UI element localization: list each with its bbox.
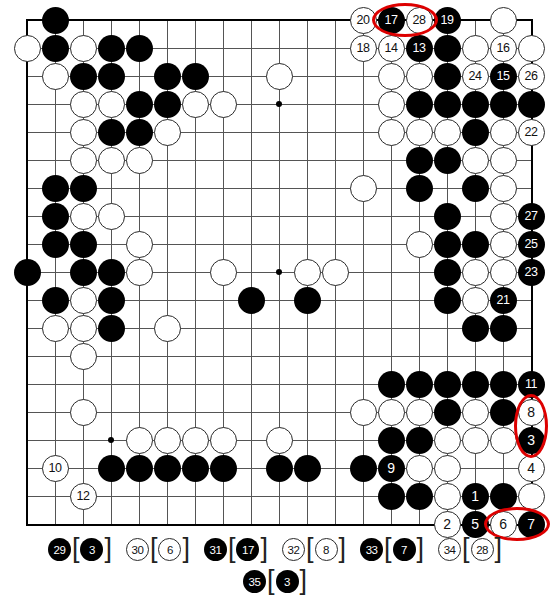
black-stone-move-9: 9 xyxy=(378,455,405,482)
black-stone xyxy=(462,231,489,258)
black-stone xyxy=(490,483,517,510)
white-stone xyxy=(490,119,517,146)
white-stone xyxy=(70,287,97,314)
black-stone xyxy=(434,147,461,174)
at-stone-3: 3 xyxy=(80,538,103,561)
black-stone xyxy=(490,315,517,342)
black-stone xyxy=(42,231,69,258)
move-pair-33: 33[7] xyxy=(360,538,424,561)
white-stone xyxy=(462,287,489,314)
white-stone xyxy=(266,427,293,454)
black-stone xyxy=(98,63,125,90)
white-stone xyxy=(14,35,41,62)
black-stone xyxy=(294,287,321,314)
move-pair-32: 32[8] xyxy=(282,538,346,561)
black-stone xyxy=(490,399,517,426)
at-stone-8: 8 xyxy=(315,538,338,561)
black-stone-move-1: 1 xyxy=(462,483,489,510)
go-board: 2017281918141316241526222725232111831094… xyxy=(0,0,550,536)
white-stone xyxy=(490,147,517,174)
black-stone xyxy=(490,91,517,118)
move-pair-35: 35[3] xyxy=(243,570,307,593)
black-stone xyxy=(434,287,461,314)
at-stone-7: 7 xyxy=(393,538,416,561)
white-stone xyxy=(434,119,461,146)
white-stone xyxy=(434,483,461,510)
white-stone xyxy=(322,259,349,286)
bracket: [ xyxy=(267,569,275,592)
white-stone-move-22: 22 xyxy=(518,119,545,146)
black-stone xyxy=(154,63,181,90)
move-pair-29: 29[3] xyxy=(48,538,112,561)
black-stone xyxy=(154,455,181,482)
at-stone-6: 6 xyxy=(158,538,181,561)
white-stone-move-10: 10 xyxy=(42,455,69,482)
bracket: ] xyxy=(300,569,308,592)
white-stone xyxy=(182,427,209,454)
white-stone xyxy=(126,427,153,454)
black-stone xyxy=(98,315,125,342)
move-stone-34: 34 xyxy=(438,538,461,561)
white-stone xyxy=(462,399,489,426)
white-stone xyxy=(378,399,405,426)
white-stone xyxy=(462,147,489,174)
black-stone xyxy=(434,203,461,230)
white-stone xyxy=(490,7,517,34)
black-stone xyxy=(406,483,433,510)
white-stone xyxy=(70,147,97,174)
black-stone xyxy=(14,259,41,286)
white-stone xyxy=(98,147,125,174)
black-stone xyxy=(406,147,433,174)
black-stone xyxy=(378,371,405,398)
black-stone xyxy=(42,203,69,230)
black-stone xyxy=(182,455,209,482)
at-stone-28: 28 xyxy=(471,538,494,561)
at-stone-17: 17 xyxy=(236,538,259,561)
black-stone xyxy=(70,231,97,258)
move-stone-32: 32 xyxy=(282,538,305,561)
black-stone xyxy=(98,259,125,286)
black-stone xyxy=(434,371,461,398)
white-stone xyxy=(378,91,405,118)
white-stone xyxy=(182,91,209,118)
move-stone-33: 33 xyxy=(360,538,383,561)
ellipse-moves-17-28 xyxy=(372,3,438,37)
white-stone xyxy=(350,399,377,426)
black-stone xyxy=(154,91,181,118)
white-stone xyxy=(350,175,377,202)
white-stone-move-4: 4 xyxy=(518,455,545,482)
white-stone xyxy=(406,119,433,146)
black-stone-move-15: 15 xyxy=(490,63,517,90)
bracket: [ xyxy=(306,537,314,560)
black-stone xyxy=(434,399,461,426)
white-stone xyxy=(490,427,517,454)
black-stone xyxy=(434,63,461,90)
white-stone xyxy=(406,455,433,482)
bracket: [ xyxy=(228,537,236,560)
move-pair-31: 31[17] xyxy=(204,538,268,561)
white-stone xyxy=(266,63,293,90)
black-stone xyxy=(294,455,321,482)
white-stone xyxy=(210,259,237,286)
white-stone xyxy=(462,35,489,62)
white-stone-move-12: 12 xyxy=(70,483,97,510)
at-stone-3: 3 xyxy=(276,570,299,593)
white-stone xyxy=(434,427,461,454)
black-stone xyxy=(126,91,153,118)
black-stone xyxy=(98,35,125,62)
white-stone xyxy=(518,35,545,62)
white-stone xyxy=(98,91,125,118)
black-stone xyxy=(42,35,69,62)
black-stone xyxy=(70,259,97,286)
white-stone xyxy=(406,399,433,426)
black-stone-move-13: 13 xyxy=(406,35,433,62)
white-stone xyxy=(126,231,153,258)
white-stone xyxy=(490,259,517,286)
black-stone xyxy=(350,455,377,482)
black-stone xyxy=(490,371,517,398)
white-stone xyxy=(490,175,517,202)
black-stone-move-27: 27 xyxy=(518,203,545,230)
white-stone xyxy=(70,203,97,230)
black-stone xyxy=(42,7,69,34)
move-annotation-line-2: 35[3] xyxy=(0,570,550,593)
black-stone xyxy=(126,35,153,62)
white-stone xyxy=(70,343,97,370)
black-stone xyxy=(434,91,461,118)
white-stone xyxy=(434,455,461,482)
white-stone-move-26: 26 xyxy=(518,63,545,90)
white-stone-move-16: 16 xyxy=(490,35,517,62)
white-stone xyxy=(42,63,69,90)
black-stone xyxy=(42,175,69,202)
white-stone xyxy=(490,203,517,230)
white-stone xyxy=(154,427,181,454)
white-stone-move-14: 14 xyxy=(378,35,405,62)
black-stone xyxy=(126,119,153,146)
black-stone xyxy=(406,91,433,118)
white-stone xyxy=(518,483,545,510)
black-stone xyxy=(126,455,153,482)
black-stone xyxy=(406,427,433,454)
white-stone xyxy=(70,119,97,146)
white-stone xyxy=(70,91,97,118)
black-stone xyxy=(98,455,125,482)
black-stone-move-21: 21 xyxy=(490,287,517,314)
black-stone xyxy=(434,259,461,286)
white-stone xyxy=(70,315,97,342)
white-stone xyxy=(462,427,489,454)
black-stone xyxy=(210,455,237,482)
black-stone xyxy=(238,287,265,314)
black-stone xyxy=(42,287,69,314)
black-stone xyxy=(462,119,489,146)
black-stone xyxy=(98,287,125,314)
star-point xyxy=(276,269,282,275)
black-stone-move-25: 25 xyxy=(518,231,545,258)
bracket: ] xyxy=(339,537,347,560)
move-pair-34: 34[28] xyxy=(438,538,502,561)
star-point xyxy=(276,101,282,107)
move-stone-29: 29 xyxy=(48,538,71,561)
white-stone xyxy=(490,231,517,258)
white-stone xyxy=(210,91,237,118)
black-stone-move-23: 23 xyxy=(518,259,545,286)
white-stone xyxy=(70,399,97,426)
move-annotation-line-1: 29[3]30[6]31[17]32[8]33[7]34[28] xyxy=(0,538,550,561)
black-stone xyxy=(378,483,405,510)
ellipse-moves-8-3 xyxy=(514,394,548,458)
bracket: [ xyxy=(150,537,158,560)
white-stone xyxy=(378,119,405,146)
bracket: ] xyxy=(182,537,190,560)
black-stone xyxy=(406,371,433,398)
black-stone xyxy=(518,91,545,118)
black-stone xyxy=(70,175,97,202)
bracket: ] xyxy=(417,537,425,560)
white-stone xyxy=(154,315,181,342)
black-stone xyxy=(266,455,293,482)
white-stone xyxy=(406,63,433,90)
white-stone xyxy=(126,259,153,286)
white-stone xyxy=(126,147,153,174)
white-stone xyxy=(98,203,125,230)
black-stone xyxy=(378,427,405,454)
bracket: [ xyxy=(72,537,80,560)
move-stone-35: 35 xyxy=(243,570,266,593)
bracket: ] xyxy=(104,537,112,560)
white-stone-move-2: 2 xyxy=(434,511,461,538)
white-stone xyxy=(294,259,321,286)
bracket: ] xyxy=(495,537,503,560)
white-stone xyxy=(210,427,237,454)
white-stone xyxy=(154,119,181,146)
move-stone-30: 30 xyxy=(126,538,149,561)
bracket: ] xyxy=(260,537,268,560)
white-stone xyxy=(406,231,433,258)
bracket: [ xyxy=(384,537,392,560)
move-stone-31: 31 xyxy=(204,538,227,561)
white-stone xyxy=(70,35,97,62)
star-point xyxy=(108,437,114,443)
black-stone xyxy=(462,175,489,202)
black-stone xyxy=(98,119,125,146)
black-stone xyxy=(406,175,433,202)
move-pair-30: 30[6] xyxy=(126,538,190,561)
black-stone xyxy=(434,35,461,62)
white-stone xyxy=(462,259,489,286)
black-stone xyxy=(182,63,209,90)
black-stone xyxy=(462,91,489,118)
black-stone xyxy=(462,315,489,342)
black-stone xyxy=(434,231,461,258)
black-stone xyxy=(462,371,489,398)
white-stone xyxy=(378,63,405,90)
white-stone xyxy=(42,315,69,342)
bracket: [ xyxy=(462,537,470,560)
white-stone-move-18: 18 xyxy=(350,35,377,62)
white-stone-move-24: 24 xyxy=(462,63,489,90)
black-stone xyxy=(70,63,97,90)
